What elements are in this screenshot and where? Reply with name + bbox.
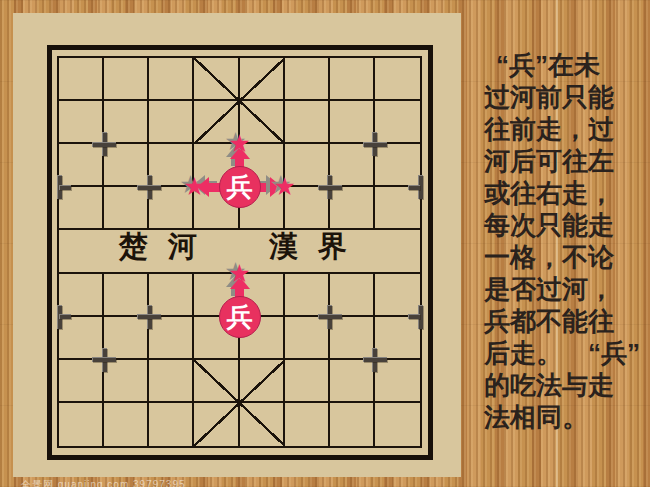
point-marker xyxy=(137,175,161,199)
instruction-line: 或往右走， xyxy=(484,177,644,209)
point-marker xyxy=(408,305,432,329)
instruction-line: 河后可往左 xyxy=(484,145,644,177)
board-overlay: 楚河 漢界 ★★★兵★兵 xyxy=(59,58,420,446)
red-soldier-piece[interactable]: 兵 xyxy=(219,166,261,208)
river-label-right: 漢界 xyxy=(253,231,383,261)
point-marker xyxy=(92,348,116,372)
board-photo: 楚河 漢界 ★★★兵★兵 全景网 quanjing.com 39797395 xyxy=(13,13,461,477)
point-marker xyxy=(47,175,71,199)
instruction-line: 是否过河， xyxy=(484,273,644,305)
instruction-line: 过河前只能 xyxy=(484,81,644,113)
point-marker xyxy=(318,175,342,199)
red-soldier-piece[interactable]: 兵 xyxy=(219,296,261,338)
point-marker xyxy=(363,132,387,156)
palace-bottom xyxy=(194,360,284,446)
move-target-star: ★ xyxy=(183,174,205,199)
point-marker xyxy=(137,305,161,329)
instruction-line: 后走。 “兵” xyxy=(484,337,644,369)
instruction-line: “兵”在未 xyxy=(484,49,644,81)
watermark: 全景网 quanjing.com 39797395 xyxy=(21,478,186,487)
point-marker xyxy=(363,348,387,372)
instruction-line: 的吃法与走 xyxy=(484,369,644,401)
instruction-line: 兵都不能往 xyxy=(484,305,644,337)
instruction-line: 往前走，过 xyxy=(484,113,644,145)
point-marker xyxy=(408,175,432,199)
move-target-star: ★ xyxy=(228,131,250,156)
slide: 楚河 漢界 ★★★兵★兵 全景网 quanjing.com 39797395 “… xyxy=(0,0,650,487)
instruction-text: “兵”在未 过河前只能 往前走，过 河后可往左 或往右走， 每次只能走 一格，不… xyxy=(484,49,644,433)
move-target-star: ★ xyxy=(273,174,295,199)
piece-label: 兵 xyxy=(227,304,253,330)
piece-label: 兵 xyxy=(227,174,253,200)
point-marker xyxy=(318,305,342,329)
move-target-star: ★ xyxy=(228,260,250,285)
instruction-line: 每次只能走 xyxy=(484,209,644,241)
xiangqi-board: 楚河 漢界 ★★★兵★兵 xyxy=(47,45,433,460)
instruction-line: 一格，不论 xyxy=(484,241,644,273)
instruction-line: 法相同。 xyxy=(484,401,644,433)
point-marker xyxy=(47,305,71,329)
point-marker xyxy=(92,132,116,156)
river-label-left: 楚河 xyxy=(103,231,233,261)
